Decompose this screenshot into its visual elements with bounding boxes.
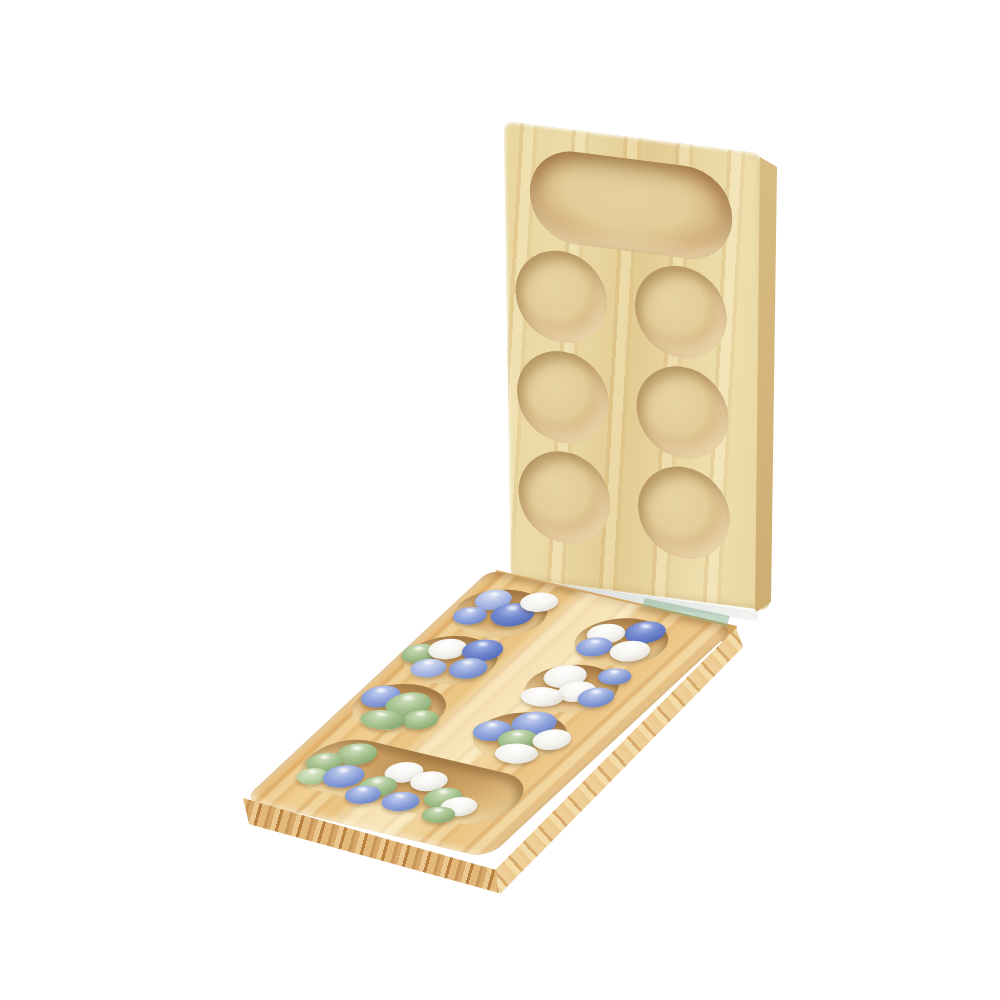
flat-board-front-left-face bbox=[0, 0, 1000, 1000]
flat-board-far-edge bbox=[0, 0, 1000, 1000]
upright-pit-r1-right[interactable] bbox=[634, 261, 727, 364]
flat-pit-r3-right[interactable] bbox=[456, 705, 584, 768]
upright-pit-r1-left[interactable] bbox=[515, 245, 608, 348]
stone-blue bbox=[592, 666, 637, 688]
upright-board-half bbox=[504, 121, 770, 611]
flat-board-half bbox=[243, 570, 735, 858]
hinge bbox=[0, 0, 1000, 1000]
flat-pit-r2-left[interactable] bbox=[386, 629, 514, 692]
upright-store[interactable] bbox=[529, 146, 733, 264]
mancala-board-photo bbox=[0, 0, 1000, 1000]
flat-pit-r3-left[interactable] bbox=[335, 676, 463, 739]
upright-pit-r2-left[interactable] bbox=[516, 346, 609, 449]
flat-pit-grid bbox=[243, 570, 735, 858]
upright-pit-grid bbox=[504, 121, 770, 611]
upright-board-side-face bbox=[0, 0, 1000, 1000]
upright-pit-r3-left[interactable] bbox=[518, 446, 611, 549]
flat-board-front-right-face bbox=[0, 0, 1000, 1000]
hinge-stone-reflection bbox=[0, 0, 1000, 1000]
upright-pit-r2-right[interactable] bbox=[636, 361, 729, 464]
upright-pit-r3-right[interactable] bbox=[637, 461, 730, 564]
flat-pit-r2-right[interactable] bbox=[507, 657, 635, 720]
